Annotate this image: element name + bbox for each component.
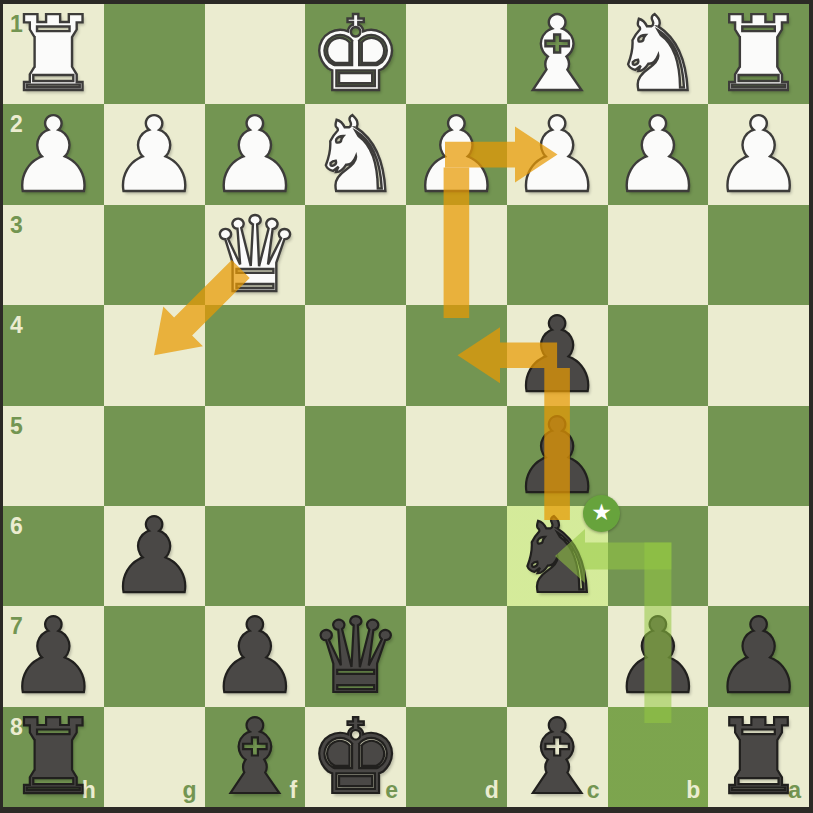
black-bishop[interactable]: ♝ bbox=[205, 707, 306, 807]
white-pawn[interactable]: ♟ bbox=[507, 104, 608, 204]
black-rook[interactable]: ♜ bbox=[708, 707, 809, 807]
square-b3[interactable] bbox=[608, 205, 709, 305]
white-queen[interactable]: ♛ bbox=[205, 205, 306, 305]
white-rook[interactable]: ♜ bbox=[3, 4, 104, 104]
square-a8[interactable]: a♜ bbox=[708, 707, 809, 807]
white-knight[interactable]: ♞ bbox=[305, 104, 406, 204]
star-icon: ★ bbox=[591, 501, 612, 524]
square-h6[interactable]: 6 bbox=[3, 506, 104, 606]
white-pawn[interactable]: ♟ bbox=[104, 104, 205, 204]
square-a6[interactable] bbox=[708, 506, 809, 606]
square-e7[interactable]: ♛ bbox=[305, 606, 406, 706]
square-a7[interactable]: ♟ bbox=[708, 606, 809, 706]
square-c3[interactable] bbox=[507, 205, 608, 305]
black-bishop[interactable]: ♝ bbox=[507, 707, 608, 807]
square-f5[interactable] bbox=[205, 406, 306, 506]
square-g4[interactable] bbox=[104, 305, 205, 405]
square-f7[interactable]: ♟ bbox=[205, 606, 306, 706]
white-king[interactable]: ♚ bbox=[305, 4, 406, 104]
square-d1[interactable] bbox=[406, 4, 507, 104]
square-b8[interactable]: b bbox=[608, 707, 709, 807]
square-d4[interactable] bbox=[406, 305, 507, 405]
square-d2[interactable]: ♟ bbox=[406, 104, 507, 204]
square-d3[interactable] bbox=[406, 205, 507, 305]
black-queen[interactable]: ♛ bbox=[305, 606, 406, 706]
chess-board: 1♜♚♝♞♜2♟♟♟♞♟♟♟♟3♛4♟5♟6♟♞7♟♟♛♟♟8h♜gf♝e♚dc… bbox=[3, 4, 809, 807]
square-h5[interactable]: 5 bbox=[3, 406, 104, 506]
square-b5[interactable] bbox=[608, 406, 709, 506]
square-e3[interactable] bbox=[305, 205, 406, 305]
square-b2[interactable]: ♟ bbox=[608, 104, 709, 204]
white-pawn[interactable]: ♟ bbox=[608, 104, 709, 204]
white-pawn[interactable]: ♟ bbox=[708, 104, 809, 204]
white-pawn[interactable]: ♟ bbox=[3, 104, 104, 204]
square-c1[interactable]: ♝ bbox=[507, 4, 608, 104]
square-b4[interactable] bbox=[608, 305, 709, 405]
square-c4[interactable]: ♟ bbox=[507, 305, 608, 405]
file-label-g: g bbox=[182, 777, 196, 804]
square-a3[interactable] bbox=[708, 205, 809, 305]
square-f2[interactable]: ♟ bbox=[205, 104, 306, 204]
white-bishop[interactable]: ♝ bbox=[507, 4, 608, 104]
black-rook[interactable]: ♜ bbox=[3, 707, 104, 807]
square-h7[interactable]: 7♟ bbox=[3, 606, 104, 706]
black-pawn[interactable]: ♟ bbox=[205, 606, 306, 706]
black-pawn[interactable]: ♟ bbox=[104, 506, 205, 606]
black-king[interactable]: ♚ bbox=[305, 707, 406, 807]
square-e1[interactable]: ♚ bbox=[305, 4, 406, 104]
square-e2[interactable]: ♞ bbox=[305, 104, 406, 204]
square-g7[interactable] bbox=[104, 606, 205, 706]
best-move-star-badge: ★ bbox=[583, 495, 620, 532]
square-g1[interactable] bbox=[104, 4, 205, 104]
square-h2[interactable]: 2♟ bbox=[3, 104, 104, 204]
square-e6[interactable] bbox=[305, 506, 406, 606]
square-c2[interactable]: ♟ bbox=[507, 104, 608, 204]
square-f3[interactable]: ♛ bbox=[205, 205, 306, 305]
square-g6[interactable]: ♟ bbox=[104, 506, 205, 606]
black-pawn[interactable]: ♟ bbox=[708, 606, 809, 706]
square-b6[interactable] bbox=[608, 506, 709, 606]
square-c7[interactable] bbox=[507, 606, 608, 706]
square-f6[interactable] bbox=[205, 506, 306, 606]
square-a1[interactable]: ♜ bbox=[708, 4, 809, 104]
square-h4[interactable]: 4 bbox=[3, 305, 104, 405]
black-pawn[interactable]: ♟ bbox=[608, 606, 709, 706]
square-f8[interactable]: f♝ bbox=[205, 707, 306, 807]
white-rook[interactable]: ♜ bbox=[708, 4, 809, 104]
rank-label-4: 4 bbox=[10, 312, 23, 339]
square-g5[interactable] bbox=[104, 406, 205, 506]
square-c8[interactable]: c♝ bbox=[507, 707, 608, 807]
square-h3[interactable]: 3 bbox=[3, 205, 104, 305]
square-b1[interactable]: ♞ bbox=[608, 4, 709, 104]
square-d8[interactable]: d bbox=[406, 707, 507, 807]
black-pawn[interactable]: ♟ bbox=[507, 406, 608, 506]
white-pawn[interactable]: ♟ bbox=[406, 104, 507, 204]
file-label-d: d bbox=[485, 777, 499, 804]
square-e5[interactable] bbox=[305, 406, 406, 506]
square-d6[interactable] bbox=[406, 506, 507, 606]
square-b7[interactable]: ♟ bbox=[608, 606, 709, 706]
square-a5[interactable] bbox=[708, 406, 809, 506]
square-e8[interactable]: e♚ bbox=[305, 707, 406, 807]
square-f4[interactable] bbox=[205, 305, 306, 405]
square-a4[interactable] bbox=[708, 305, 809, 405]
square-g2[interactable]: ♟ bbox=[104, 104, 205, 204]
square-f1[interactable] bbox=[205, 4, 306, 104]
square-h1[interactable]: 1♜ bbox=[3, 4, 104, 104]
white-knight[interactable]: ♞ bbox=[608, 4, 709, 104]
black-pawn[interactable]: ♟ bbox=[3, 606, 104, 706]
square-d5[interactable] bbox=[406, 406, 507, 506]
white-pawn[interactable]: ♟ bbox=[205, 104, 306, 204]
square-h8[interactable]: 8h♜ bbox=[3, 707, 104, 807]
file-label-b: b bbox=[686, 777, 700, 804]
square-a2[interactable]: ♟ bbox=[708, 104, 809, 204]
square-g3[interactable] bbox=[104, 205, 205, 305]
black-pawn[interactable]: ♟ bbox=[507, 305, 608, 405]
chess-app: 1♜♚♝♞♜2♟♟♟♞♟♟♟♟3♛4♟5♟6♟♞7♟♟♛♟♟8h♜gf♝e♚dc… bbox=[0, 0, 813, 813]
square-d7[interactable] bbox=[406, 606, 507, 706]
square-e4[interactable] bbox=[305, 305, 406, 405]
rank-label-6: 6 bbox=[10, 513, 23, 540]
square-c5[interactable]: ♟ bbox=[507, 406, 608, 506]
rank-label-3: 3 bbox=[10, 212, 23, 239]
square-g8[interactable]: g bbox=[104, 707, 205, 807]
rank-label-5: 5 bbox=[10, 413, 23, 440]
